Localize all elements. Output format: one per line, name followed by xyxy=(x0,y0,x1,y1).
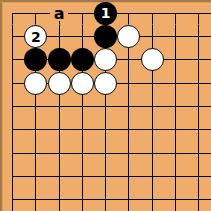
board-point-c4-r8 xyxy=(71,165,94,188)
go-diagram: a12 xyxy=(0,0,211,211)
board-point-c9-r4 xyxy=(187,72,210,95)
board-point-c5-r8 xyxy=(94,165,117,188)
board-point-c3-r1: a xyxy=(47,2,70,25)
board-point-c3-r4 xyxy=(47,72,70,95)
black-stone: 1 xyxy=(94,2,117,25)
board-point-c1-r5 xyxy=(1,95,24,118)
board-point-c6-r4 xyxy=(117,72,140,95)
white-stone xyxy=(48,72,71,95)
move-number: 1 xyxy=(101,6,111,20)
board-point-c9-r1 xyxy=(187,2,210,25)
board-point-c2-r4 xyxy=(24,72,47,95)
board-point-c2-r7 xyxy=(24,141,47,164)
board-point-c4-r5 xyxy=(71,95,94,118)
board-point-c4-r7 xyxy=(71,141,94,164)
board-point-c7-r6 xyxy=(141,118,164,141)
black-stone xyxy=(48,48,71,71)
board-point-c5-r5 xyxy=(94,95,117,118)
board-point-c5-r6 xyxy=(94,118,117,141)
white-stone: 2 xyxy=(24,25,47,48)
board-point-c5-r2 xyxy=(94,25,117,48)
board-point-c6-r8 xyxy=(117,165,140,188)
white-stone xyxy=(71,72,94,95)
board-point-c4-r3 xyxy=(71,48,94,71)
board-point-c8-r2 xyxy=(164,25,187,48)
board-point-c2-r6 xyxy=(24,118,47,141)
board-point-c8-r7 xyxy=(164,141,187,164)
board-point-c6-r9 xyxy=(117,188,140,211)
board-point-c2-r8 xyxy=(24,165,47,188)
board-point-c3-r8 xyxy=(47,165,70,188)
board-point-c7-r8 xyxy=(141,165,164,188)
board-point-c3-r3 xyxy=(47,48,70,71)
board-point-c8-r5 xyxy=(164,95,187,118)
board-point-c6-r6 xyxy=(117,118,140,141)
board-point-c8-r8 xyxy=(164,165,187,188)
board-point-c1-r6 xyxy=(1,118,24,141)
board-point-c4-r2 xyxy=(71,25,94,48)
board-point-c5-r4 xyxy=(94,72,117,95)
board-point-c9-r2 xyxy=(187,25,210,48)
board-point-c2-r9 xyxy=(24,188,47,211)
black-stone xyxy=(24,48,47,71)
board-point-c7-r4 xyxy=(141,72,164,95)
board-point-c9-r3 xyxy=(187,48,210,71)
board-point-c6-r3 xyxy=(117,48,140,71)
board-point-c2-r2: 2 xyxy=(24,25,47,48)
move-number: 2 xyxy=(31,29,41,43)
point-label-a: a xyxy=(50,7,69,21)
board-point-c6-r1 xyxy=(117,2,140,25)
board-point-c7-r2 xyxy=(141,25,164,48)
board-point-c9-r6 xyxy=(187,118,210,141)
board-point-c5-r1: 1 xyxy=(94,2,117,25)
board-point-c6-r5 xyxy=(117,95,140,118)
board-point-c1-r8 xyxy=(1,165,24,188)
board-point-c1-r4 xyxy=(1,72,24,95)
black-stone xyxy=(94,25,117,48)
board-point-c3-r6 xyxy=(47,118,70,141)
board-point-c9-r7 xyxy=(187,141,210,164)
board-point-c9-r9 xyxy=(187,188,210,211)
black-stone xyxy=(71,48,94,71)
go-board: a12 xyxy=(1,2,211,211)
board-point-c4-r4 xyxy=(71,72,94,95)
board-point-c7-r9 xyxy=(141,188,164,211)
board-point-c8-r1 xyxy=(164,2,187,25)
board-point-c1-r9 xyxy=(1,188,24,211)
board-point-c3-r2 xyxy=(47,25,70,48)
board-point-c6-r2 xyxy=(117,25,140,48)
board-point-c1-r7 xyxy=(1,141,24,164)
board-point-c1-r2 xyxy=(1,25,24,48)
board-point-c1-r3 xyxy=(1,48,24,71)
board-point-c7-r1 xyxy=(141,2,164,25)
board-point-c4-r1 xyxy=(71,2,94,25)
white-stone xyxy=(24,72,47,95)
board-point-c7-r7 xyxy=(141,141,164,164)
board-point-c9-r5 xyxy=(187,95,210,118)
board-point-c3-r5 xyxy=(47,95,70,118)
board-point-c2-r1 xyxy=(24,2,47,25)
board-point-c3-r7 xyxy=(47,141,70,164)
board-point-c9-r8 xyxy=(187,165,210,188)
board-point-c4-r6 xyxy=(71,118,94,141)
board-point-c8-r4 xyxy=(164,72,187,95)
board-point-c4-r9 xyxy=(71,188,94,211)
board-point-c3-r9 xyxy=(47,188,70,211)
board-point-c2-r3 xyxy=(24,48,47,71)
white-stone xyxy=(141,48,164,71)
board-point-c2-r5 xyxy=(24,95,47,118)
white-stone xyxy=(94,48,117,71)
board-point-c8-r3 xyxy=(164,48,187,71)
white-stone xyxy=(94,72,117,95)
board-point-c7-r5 xyxy=(141,95,164,118)
white-stone xyxy=(117,25,140,48)
board-point-c6-r7 xyxy=(117,141,140,164)
board-point-c5-r7 xyxy=(94,141,117,164)
board-point-c8-r6 xyxy=(164,118,187,141)
board-point-c5-r3 xyxy=(94,48,117,71)
board-point-c7-r3 xyxy=(141,48,164,71)
board-point-c1-r1 xyxy=(1,2,24,25)
board-point-c5-r9 xyxy=(94,188,117,211)
board-point-c8-r9 xyxy=(164,188,187,211)
